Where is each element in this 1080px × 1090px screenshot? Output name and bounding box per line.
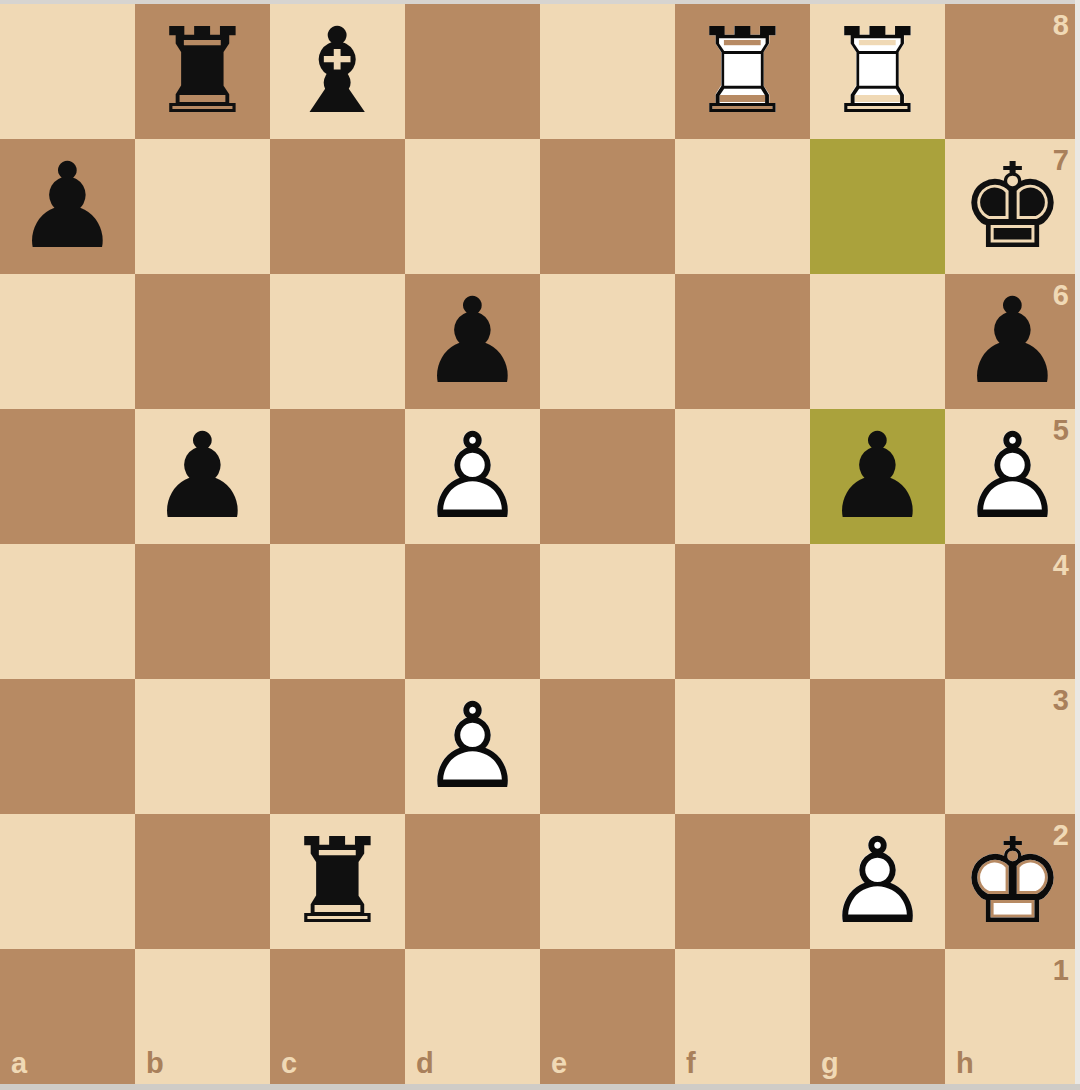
rank-label-4: 4 (1053, 551, 1069, 580)
rank-label-3: 3 (1053, 686, 1069, 715)
square-g3[interactable] (810, 679, 945, 814)
black-pawn-piece[interactable]: ♟ (945, 274, 1080, 409)
square-f2[interactable] (675, 814, 810, 949)
white-pawn-piece[interactable]: ♟♙ (405, 679, 540, 814)
square-b3[interactable] (135, 679, 270, 814)
square-c4[interactable] (270, 544, 405, 679)
square-h4[interactable]: 4 (945, 544, 1080, 679)
file-label-f: f (686, 1049, 696, 1078)
square-h3[interactable]: 3 (945, 679, 1080, 814)
black-bishop-piece[interactable]: ♝ (270, 4, 405, 139)
square-f4[interactable] (675, 544, 810, 679)
square-h5[interactable]: 5♟♙ (945, 409, 1080, 544)
square-g6[interactable] (810, 274, 945, 409)
white-rook-piece[interactable]: ♜♖ (810, 4, 945, 139)
square-e5[interactable] (540, 409, 675, 544)
square-h1[interactable]: 1h (945, 949, 1080, 1084)
white-piece-outline: ♙ (405, 409, 540, 544)
white-piece-outline: ♙ (810, 814, 945, 949)
square-c6[interactable] (270, 274, 405, 409)
square-a7[interactable]: ♟ (0, 139, 135, 274)
square-c8[interactable]: ♝ (270, 4, 405, 139)
square-f8[interactable]: ♜♖ (675, 4, 810, 139)
square-g4[interactable] (810, 544, 945, 679)
square-a5[interactable] (0, 409, 135, 544)
square-a3[interactable] (0, 679, 135, 814)
square-f3[interactable] (675, 679, 810, 814)
square-h8[interactable]: 8 (945, 4, 1080, 139)
rank-label-1: 1 (1053, 956, 1069, 985)
square-d2[interactable] (405, 814, 540, 949)
white-piece-outline: ♙ (405, 679, 540, 814)
page-edge-right (1075, 0, 1080, 1090)
square-b4[interactable] (135, 544, 270, 679)
square-b8[interactable]: ♜ (135, 4, 270, 139)
square-h6[interactable]: 6♟ (945, 274, 1080, 409)
square-d7[interactable] (405, 139, 540, 274)
square-a4[interactable] (0, 544, 135, 679)
square-g2[interactable]: ♟♙ (810, 814, 945, 949)
square-a8[interactable] (0, 4, 135, 139)
rank-label-8: 8 (1053, 11, 1069, 40)
black-pawn-piece[interactable]: ♟ (810, 409, 945, 544)
square-d6[interactable]: ♟ (405, 274, 540, 409)
square-e7[interactable] (540, 139, 675, 274)
square-d1[interactable]: d (405, 949, 540, 1084)
file-label-d: d (416, 1049, 434, 1078)
square-b1[interactable]: b (135, 949, 270, 1084)
square-a1[interactable]: a (0, 949, 135, 1084)
square-b2[interactable] (135, 814, 270, 949)
square-e2[interactable] (540, 814, 675, 949)
square-a6[interactable] (0, 274, 135, 409)
square-d8[interactable] (405, 4, 540, 139)
square-g8[interactable]: ♜♖ (810, 4, 945, 139)
square-c7[interactable] (270, 139, 405, 274)
square-e3[interactable] (540, 679, 675, 814)
white-king-piece[interactable]: ♚♔ (945, 814, 1080, 949)
black-pawn-piece[interactable]: ♟ (0, 139, 135, 274)
file-label-h: h (956, 1049, 974, 1078)
square-e8[interactable] (540, 4, 675, 139)
chess-app-page: ♜♝♜♖♜♖8♟7♚♟6♟♟♟♙♟5♟♙4♟♙3♜♟♙2♚♔abcdefg1h (0, 0, 1080, 1090)
square-b6[interactable] (135, 274, 270, 409)
white-piece-outline: ♖ (810, 4, 945, 139)
white-piece-outline: ♔ (945, 814, 1080, 949)
square-b5[interactable]: ♟ (135, 409, 270, 544)
square-h2[interactable]: 2♚♔ (945, 814, 1080, 949)
square-c5[interactable] (270, 409, 405, 544)
square-d5[interactable]: ♟♙ (405, 409, 540, 544)
white-piece-outline: ♖ (675, 4, 810, 139)
square-c2[interactable]: ♜ (270, 814, 405, 949)
white-pawn-piece[interactable]: ♟♙ (945, 409, 1080, 544)
file-label-e: e (551, 1049, 567, 1078)
square-h7[interactable]: 7♚ (945, 139, 1080, 274)
file-label-g: g (821, 1049, 839, 1078)
black-pawn-piece[interactable]: ♟ (405, 274, 540, 409)
square-e6[interactable] (540, 274, 675, 409)
file-label-c: c (281, 1049, 297, 1078)
black-pawn-piece[interactable]: ♟ (135, 409, 270, 544)
square-e1[interactable]: e (540, 949, 675, 1084)
white-pawn-piece[interactable]: ♟♙ (810, 814, 945, 949)
page-edge-top (0, 0, 1080, 4)
square-f1[interactable]: f (675, 949, 810, 1084)
page-edge-bottom (0, 1084, 1080, 1090)
white-rook-piece[interactable]: ♜♖ (675, 4, 810, 139)
black-rook-piece[interactable]: ♜ (135, 4, 270, 139)
chess-board: ♜♝♜♖♜♖8♟7♚♟6♟♟♟♙♟5♟♙4♟♙3♜♟♙2♚♔abcdefg1h (0, 4, 1080, 1084)
white-piece-outline: ♙ (945, 409, 1080, 544)
square-b7[interactable] (135, 139, 270, 274)
square-c3[interactable] (270, 679, 405, 814)
square-f7[interactable] (675, 139, 810, 274)
square-f6[interactable] (675, 274, 810, 409)
square-d3[interactable]: ♟♙ (405, 679, 540, 814)
file-label-a: a (11, 1049, 27, 1078)
file-label-b: b (146, 1049, 164, 1078)
white-pawn-piece[interactable]: ♟♙ (405, 409, 540, 544)
black-rook-piece[interactable]: ♜ (270, 814, 405, 949)
black-king-piece[interactable]: ♚ (945, 139, 1080, 274)
square-g7[interactable] (810, 139, 945, 274)
square-e4[interactable] (540, 544, 675, 679)
square-f5[interactable] (675, 409, 810, 544)
square-a2[interactable] (0, 814, 135, 949)
square-g5[interactable]: ♟ (810, 409, 945, 544)
square-c1[interactable]: c (270, 949, 405, 1084)
square-d4[interactable] (405, 544, 540, 679)
square-g1[interactable]: g (810, 949, 945, 1084)
